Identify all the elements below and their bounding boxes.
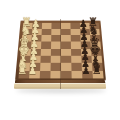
board-square <box>70 28 80 34</box>
board-square <box>70 63 81 71</box>
board-square <box>90 48 101 55</box>
board-square <box>50 48 60 55</box>
board-square <box>31 22 41 28</box>
board-square <box>41 22 51 28</box>
board-square <box>80 55 91 62</box>
board-square <box>50 28 60 34</box>
board-square <box>18 63 29 71</box>
board-square <box>60 41 70 48</box>
board-square <box>81 70 92 78</box>
board-square <box>50 35 60 42</box>
board-square <box>39 55 49 62</box>
board-square <box>30 48 40 55</box>
board-square <box>60 70 71 78</box>
chessboard <box>15 20 106 80</box>
board-square <box>50 55 60 62</box>
board-square <box>40 48 50 55</box>
board-square <box>49 70 60 78</box>
board-square <box>90 55 101 62</box>
board-square <box>60 48 70 55</box>
board-square <box>69 22 79 28</box>
board-square <box>50 63 60 71</box>
board-square <box>30 41 40 48</box>
board-square <box>70 35 80 42</box>
board-square <box>19 55 30 62</box>
board-square <box>90 41 100 48</box>
board-square <box>79 28 89 34</box>
board-square <box>40 35 50 42</box>
board-square <box>80 48 90 55</box>
board-square <box>60 63 70 71</box>
board-square <box>20 41 30 48</box>
chess-set-photo: ♜♟♟♜♞♟♟♞♝♟♟♝♛♟♟♛♚♟♟♚♝♟♟♝♞♟♟♞♜♟♟♜ <box>0 0 120 120</box>
board-square <box>21 35 31 42</box>
board-square <box>30 35 40 42</box>
board-square <box>70 70 81 78</box>
board-square <box>40 41 50 48</box>
board-square <box>60 55 70 62</box>
board-square <box>39 70 50 78</box>
board-square <box>81 63 92 71</box>
board-square <box>50 22 60 28</box>
board-square <box>19 48 30 55</box>
board-square <box>70 41 80 48</box>
board-square <box>80 41 90 48</box>
box-fold-seam <box>60 80 61 89</box>
board-square <box>17 70 28 78</box>
board-square <box>28 70 39 78</box>
board-square <box>89 28 99 34</box>
board-square <box>91 70 102 78</box>
board-square <box>88 22 98 28</box>
board-square <box>41 28 51 34</box>
board-square <box>91 63 102 71</box>
board-square <box>60 28 70 34</box>
board-fold-seam <box>59 18 60 82</box>
board-square <box>60 35 70 42</box>
board-square <box>79 35 89 42</box>
board-square <box>39 63 50 71</box>
board-square <box>21 28 31 34</box>
board-square <box>89 35 99 42</box>
board-square <box>79 22 89 28</box>
board-square <box>31 28 41 34</box>
board-square <box>50 41 60 48</box>
board-square <box>60 22 70 28</box>
board-square <box>70 55 80 62</box>
board-square <box>70 48 80 55</box>
board-square <box>29 63 40 71</box>
board-square <box>22 22 32 28</box>
board-square <box>29 55 40 62</box>
